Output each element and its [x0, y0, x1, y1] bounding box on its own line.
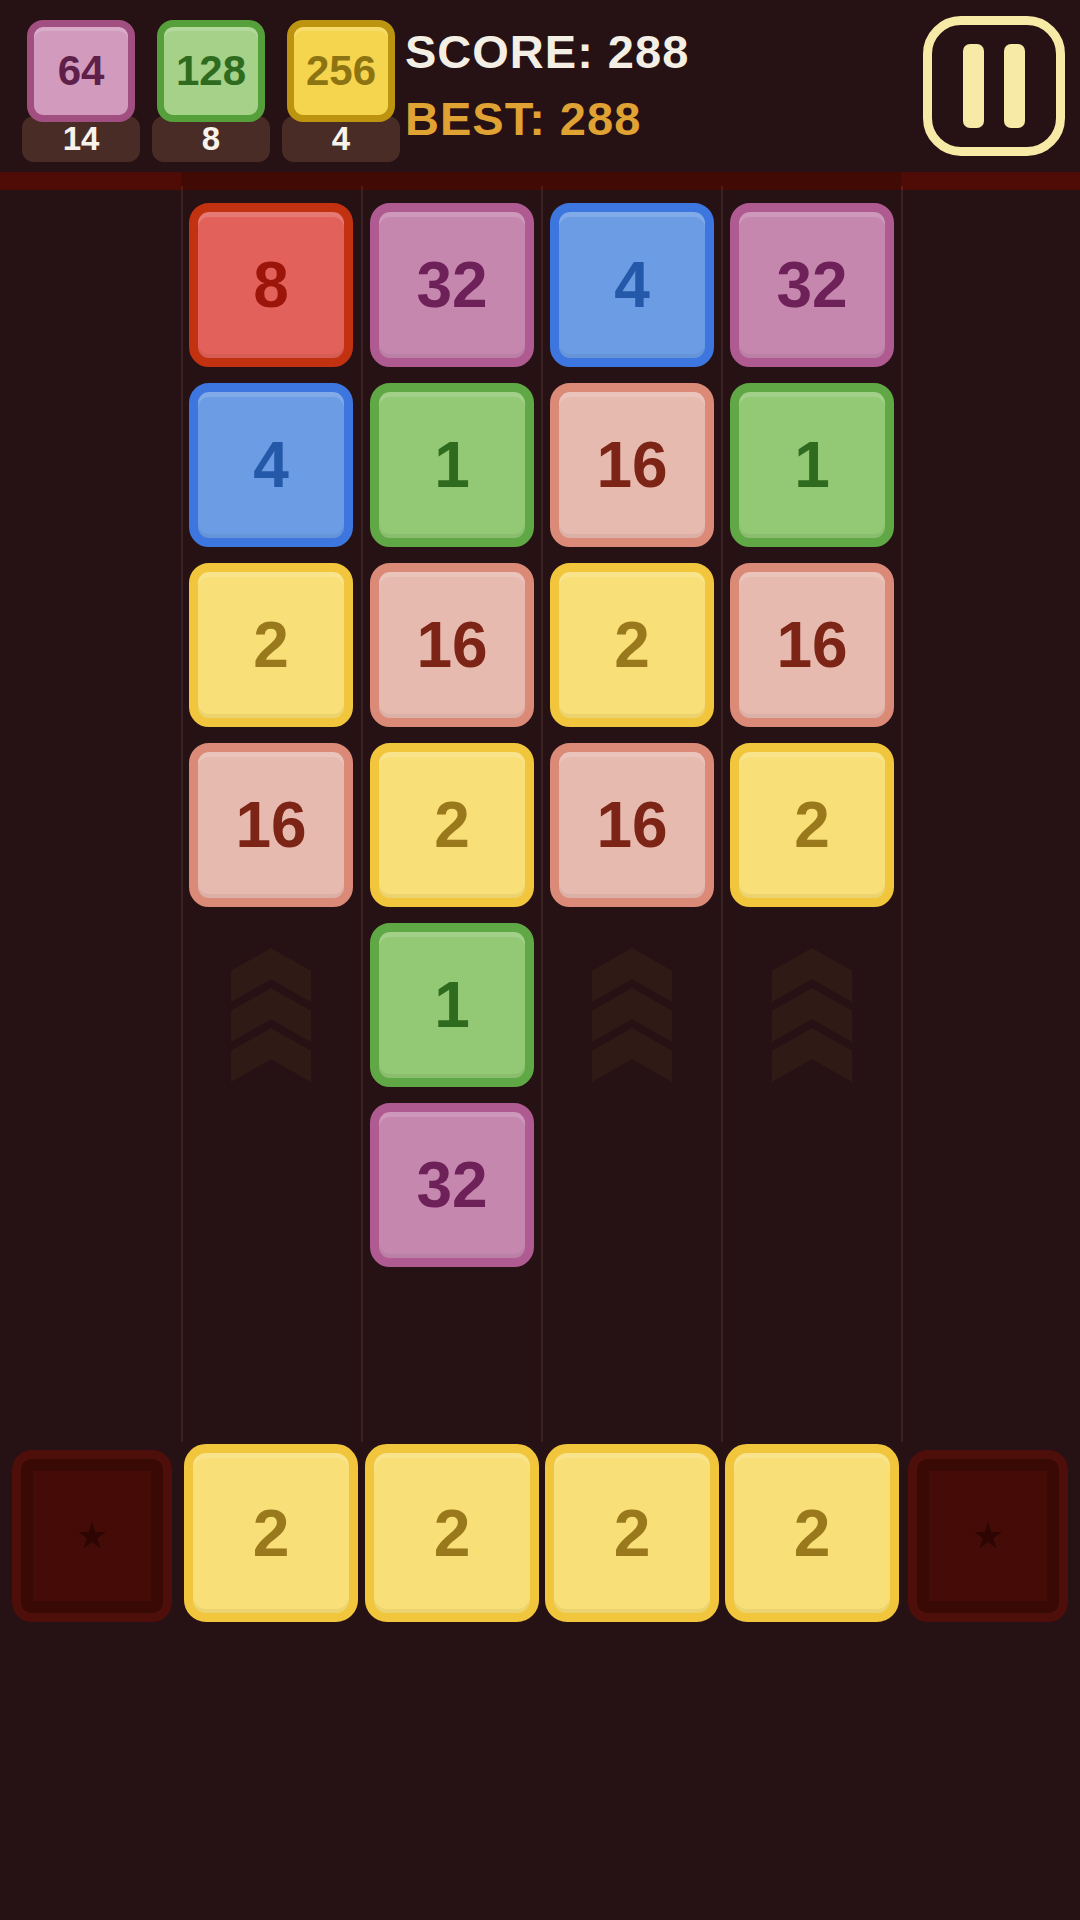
board-tile-32[interactable]: 32 [370, 203, 534, 367]
board-top-line-left [0, 172, 181, 190]
locked-slot-left: ★ [12, 1450, 172, 1622]
pause-icon [963, 44, 984, 128]
board-tile-32[interactable]: 32 [370, 1103, 534, 1267]
board-tile-16[interactable]: 16 [730, 563, 894, 727]
board-tile-8[interactable]: 8 [189, 203, 353, 367]
board-tile-2[interactable]: 2 [730, 743, 894, 907]
locked-slot-right: ★ [908, 1450, 1068, 1622]
goal-tile-64: 64 [27, 20, 135, 122]
board-tile-32[interactable]: 32 [730, 203, 894, 367]
board-tile-2[interactable]: 2 [189, 563, 353, 727]
board-tile-1[interactable]: 1 [730, 383, 894, 547]
board-tile-4[interactable]: 4 [550, 203, 714, 367]
pause-button[interactable] [923, 16, 1065, 156]
column-line-4 [901, 186, 903, 1442]
goal-card-64: 1464 [22, 20, 140, 162]
goal-tile-256: 256 [287, 20, 395, 122]
column-line-1 [361, 186, 363, 1442]
chevron-up-icon [231, 1028, 311, 1082]
game-screen: 146481284256 SCORE: 288 BEST: 288 832432… [0, 0, 1080, 1920]
board-tile-2[interactable]: 2 [370, 743, 534, 907]
board-tile-16[interactable]: 16 [189, 743, 353, 907]
board-tile-16[interactable]: 16 [370, 563, 534, 727]
column-line-0 [181, 186, 183, 1442]
star-icon: ★ [972, 1515, 1004, 1557]
board-tile-16[interactable]: 16 [550, 743, 714, 907]
goal-count: 4 [282, 116, 400, 162]
pause-icon [1004, 44, 1025, 128]
score-panel: SCORE: 288 BEST: 288 [405, 24, 689, 146]
star-icon: ★ [76, 1515, 108, 1557]
queue-tile-2[interactable]: 2 [365, 1444, 539, 1622]
goal-tile-128: 128 [157, 20, 265, 122]
queue-tile-2[interactable]: 2 [184, 1444, 358, 1622]
goal-cards: 146481284256 [22, 20, 412, 166]
launch-arrows-column-1 [231, 948, 311, 1068]
launch-arrows-column-4 [772, 948, 852, 1068]
goal-card-128: 8128 [152, 20, 270, 162]
goal-count: 14 [22, 116, 140, 162]
board-tile-1[interactable]: 1 [370, 923, 534, 1087]
board-tile-2[interactable]: 2 [550, 563, 714, 727]
board-tile-4[interactable]: 4 [189, 383, 353, 547]
column-line-3 [721, 186, 723, 1442]
goal-count: 8 [152, 116, 270, 162]
chevron-up-icon [772, 1028, 852, 1082]
chevron-up-icon [592, 1028, 672, 1082]
column-line-2 [541, 186, 543, 1442]
best-text: BEST: 288 [405, 91, 689, 146]
board-tile-1[interactable]: 1 [370, 383, 534, 547]
queue-tile-2[interactable]: 2 [725, 1444, 899, 1622]
board-tile-16[interactable]: 16 [550, 383, 714, 547]
queue-tile-2[interactable]: 2 [545, 1444, 719, 1622]
goal-card-256: 4256 [282, 20, 400, 162]
score-text: SCORE: 288 [405, 24, 689, 79]
launch-arrows-column-3 [592, 948, 672, 1068]
board-top-line-right [901, 172, 1080, 190]
